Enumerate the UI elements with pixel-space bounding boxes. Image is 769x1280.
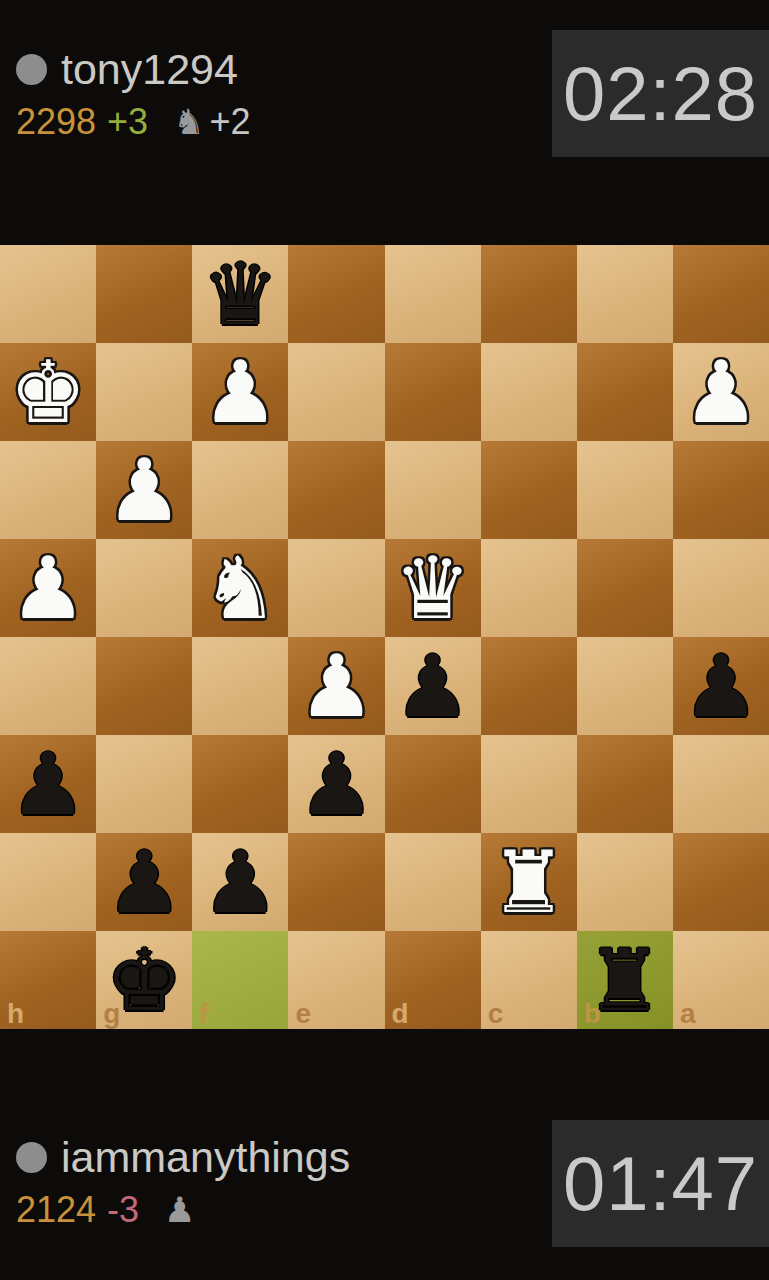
player-rating-row: 2124 -3 ♟ — [16, 1189, 350, 1231]
square-c5[interactable] — [481, 637, 577, 735]
white-king-h2[interactable]: ♚ — [0, 343, 96, 441]
file-label-f: f — [199, 1000, 208, 1028]
square-g1[interactable] — [96, 245, 192, 343]
square-h2[interactable]: ♚ — [0, 343, 96, 441]
captured-pawn-icon: ♟ — [164, 1193, 195, 1228]
square-g2[interactable] — [96, 343, 192, 441]
square-g5[interactable] — [96, 637, 192, 735]
player-name: iammanythings — [61, 1133, 350, 1182]
opponent-clock-time: 02:28 — [563, 50, 758, 137]
white-queen-d4[interactable]: ♛ — [385, 539, 481, 637]
square-a5[interactable]: ♟ — [673, 637, 769, 735]
square-d5[interactable]: ♟ — [385, 637, 481, 735]
square-g4[interactable] — [96, 539, 192, 637]
square-h6[interactable]: ♟ — [0, 735, 96, 833]
square-a3[interactable] — [673, 441, 769, 539]
player-clock: 01:47 — [552, 1120, 769, 1247]
square-f4[interactable]: ♞ — [192, 539, 288, 637]
square-d6[interactable] — [385, 735, 481, 833]
player-panel: iammanythings 2124 -3 ♟ — [16, 1132, 350, 1231]
square-e6[interactable]: ♟ — [288, 735, 384, 833]
white-pawn-a2[interactable]: ♟ — [673, 343, 769, 441]
square-c1[interactable] — [481, 245, 577, 343]
black-pawn-g7[interactable]: ♟ — [96, 833, 192, 931]
opponent-panel: tony1294 2298 +3 ♞ +2 — [16, 44, 251, 143]
square-e4[interactable] — [288, 539, 384, 637]
file-label-c: c — [488, 1000, 504, 1028]
file-label-d: d — [392, 1000, 409, 1028]
square-e7[interactable] — [288, 833, 384, 931]
square-b3[interactable] — [577, 441, 673, 539]
square-d7[interactable] — [385, 833, 481, 931]
square-d3[interactable] — [385, 441, 481, 539]
file-label-e: e — [295, 1000, 311, 1028]
square-f5[interactable] — [192, 637, 288, 735]
square-b7[interactable] — [577, 833, 673, 931]
square-f7[interactable]: ♟ — [192, 833, 288, 931]
file-label-h: h — [7, 1000, 24, 1028]
black-pawn-f7[interactable]: ♟ — [192, 833, 288, 931]
square-f6[interactable] — [192, 735, 288, 833]
player-status-dot-icon — [16, 1142, 47, 1173]
square-h7[interactable] — [0, 833, 96, 931]
captured-knight-icon: ♞ — [173, 105, 204, 140]
square-d2[interactable] — [385, 343, 481, 441]
square-h3[interactable] — [0, 441, 96, 539]
chess-board: ♛♚♟♟♟♟♞♛♟♟♟♟♟♟♟♜hg♚fedcb♜a — [0, 245, 769, 1029]
square-f2[interactable]: ♟ — [192, 343, 288, 441]
opponent-rating: 2298 — [16, 101, 96, 143]
square-g6[interactable] — [96, 735, 192, 833]
square-g8[interactable]: g♚ — [96, 931, 192, 1029]
black-queen-f1[interactable]: ♛ — [192, 245, 288, 343]
player-rating-change: -3 — [107, 1189, 139, 1231]
square-c8[interactable]: c — [481, 931, 577, 1029]
square-h5[interactable] — [0, 637, 96, 735]
square-d1[interactable] — [385, 245, 481, 343]
square-a4[interactable] — [673, 539, 769, 637]
square-c4[interactable] — [481, 539, 577, 637]
white-pawn-g3[interactable]: ♟ — [96, 441, 192, 539]
black-pawn-d5[interactable]: ♟ — [385, 637, 481, 735]
square-e5[interactable]: ♟ — [288, 637, 384, 735]
square-g3[interactable]: ♟ — [96, 441, 192, 539]
square-b1[interactable] — [577, 245, 673, 343]
square-a8[interactable]: a — [673, 931, 769, 1029]
opponent-name: tony1294 — [61, 45, 238, 94]
square-h8[interactable]: h — [0, 931, 96, 1029]
square-f1[interactable]: ♛ — [192, 245, 288, 343]
player-name-row: iammanythings — [16, 1132, 350, 1182]
player-rating: 2124 — [16, 1189, 96, 1231]
square-a7[interactable] — [673, 833, 769, 931]
square-c2[interactable] — [481, 343, 577, 441]
square-e3[interactable] — [288, 441, 384, 539]
square-e8[interactable]: e — [288, 931, 384, 1029]
black-pawn-a5[interactable]: ♟ — [673, 637, 769, 735]
player-clock-time: 01:47 — [563, 1140, 758, 1227]
square-d4[interactable]: ♛ — [385, 539, 481, 637]
square-b4[interactable] — [577, 539, 673, 637]
square-b8[interactable]: b♜ — [577, 931, 673, 1029]
opponent-name-row: tony1294 — [16, 44, 251, 94]
black-pawn-e6[interactable]: ♟ — [288, 735, 384, 833]
square-h1[interactable] — [0, 245, 96, 343]
square-e2[interactable] — [288, 343, 384, 441]
opponent-clock: 02:28 — [552, 30, 769, 157]
square-d8[interactable]: d — [385, 931, 481, 1029]
square-b2[interactable] — [577, 343, 673, 441]
black-king-g8[interactable]: ♚ — [96, 931, 192, 1029]
white-pawn-h4[interactable]: ♟ — [0, 539, 96, 637]
square-a6[interactable] — [673, 735, 769, 833]
square-a2[interactable]: ♟ — [673, 343, 769, 441]
white-rook-c7[interactable]: ♜ — [481, 833, 577, 931]
square-c3[interactable] — [481, 441, 577, 539]
square-b5[interactable] — [577, 637, 673, 735]
opponent-rating-row: 2298 +3 ♞ +2 — [16, 101, 251, 143]
square-c6[interactable] — [481, 735, 577, 833]
white-pawn-f2[interactable]: ♟ — [192, 343, 288, 441]
square-e1[interactable] — [288, 245, 384, 343]
white-knight-f4[interactable]: ♞ — [192, 539, 288, 637]
square-f8[interactable]: f — [192, 931, 288, 1029]
black-rook-b8[interactable]: ♜ — [577, 931, 673, 1029]
square-h4[interactable]: ♟ — [0, 539, 96, 637]
file-label-a: a — [680, 1000, 696, 1028]
opponent-status-dot-icon — [16, 54, 47, 85]
square-b6[interactable] — [577, 735, 673, 833]
square-f3[interactable] — [192, 441, 288, 539]
opponent-material-advantage: +2 — [210, 101, 251, 143]
square-c7[interactable]: ♜ — [481, 833, 577, 931]
white-pawn-e5[interactable]: ♟ — [288, 637, 384, 735]
black-pawn-h6[interactable]: ♟ — [0, 735, 96, 833]
opponent-rating-change: +3 — [107, 101, 148, 143]
square-g7[interactable]: ♟ — [96, 833, 192, 931]
square-a1[interactable] — [673, 245, 769, 343]
